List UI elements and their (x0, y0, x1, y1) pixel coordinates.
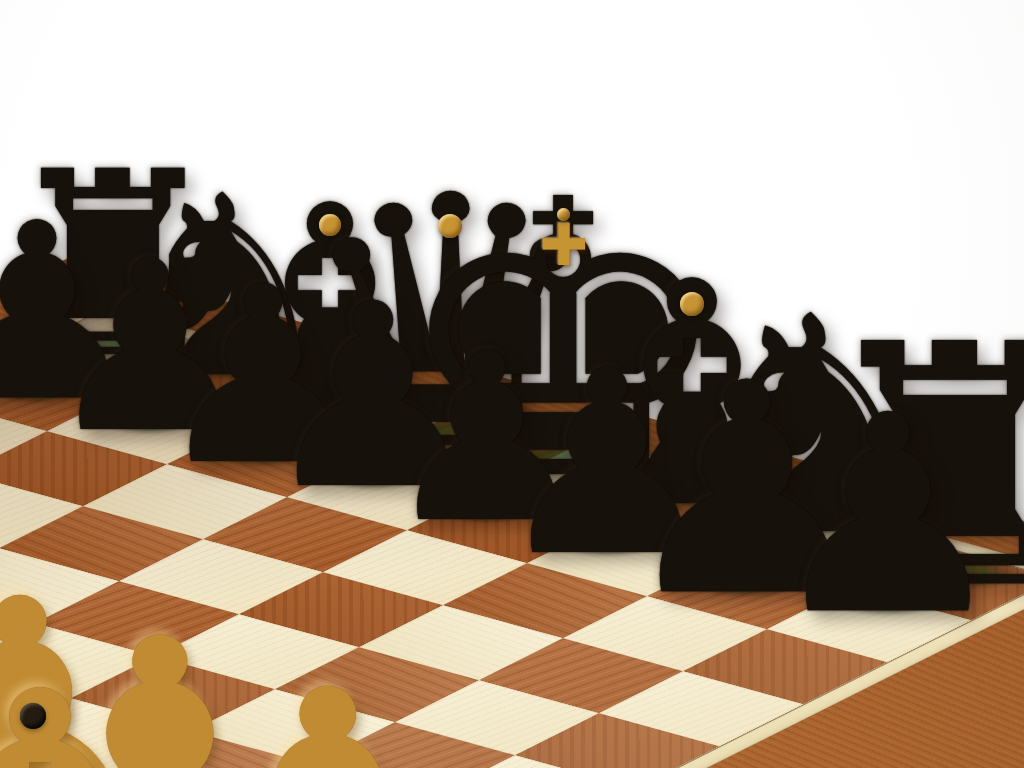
chess-set-photo: ♜♞♝♛♚✚♝♞♜♟♟♟♟♟♟♟♟♟♝♟♟ (0, 0, 1024, 768)
piece-black-pawn-h7[interactable]: ♟ (752, 379, 1024, 652)
piece-white-bishop-f1[interactable]: ♝ (0, 643, 231, 768)
